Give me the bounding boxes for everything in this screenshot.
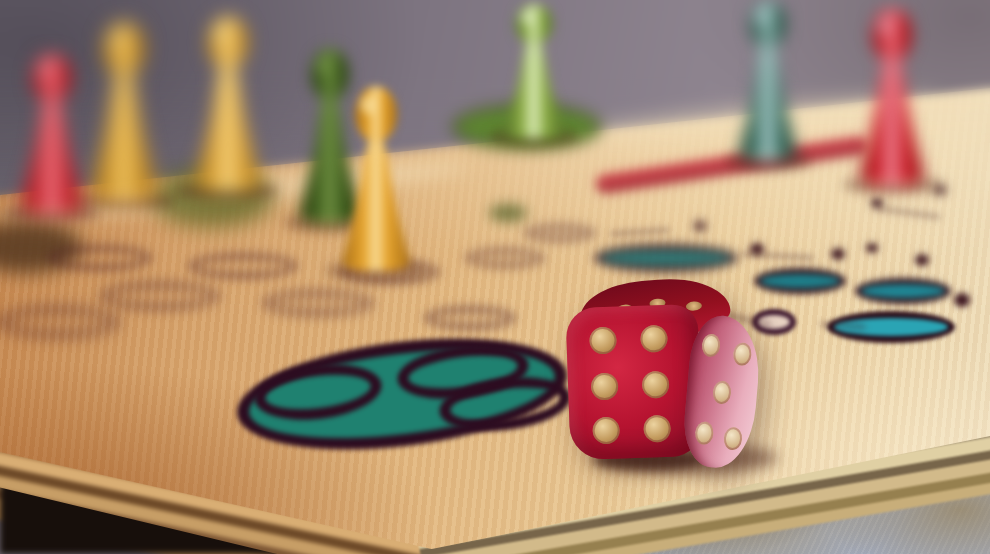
light-green-pawn-center: [495, 2, 573, 142]
die-front-face-six: [565, 304, 702, 461]
die-pip: [701, 333, 721, 357]
die-pip: [643, 415, 671, 443]
die-pip: [591, 373, 619, 401]
die-pip: [592, 417, 620, 445]
die-pip: [642, 371, 670, 399]
red-die: [566, 276, 762, 476]
die-pip: [723, 426, 743, 450]
die-pip: [640, 325, 668, 353]
die-pip: [694, 421, 714, 445]
yellow-pawn-mid: [332, 84, 420, 276]
die-pip: [589, 327, 617, 355]
yellow-pawn-back-2: [185, 14, 271, 196]
red-pawn-right: [850, 6, 934, 190]
pawns-layer: [0, 0, 990, 554]
die-pip: [712, 380, 732, 404]
die-pip: [732, 342, 752, 366]
red-pawn-back-left: [10, 52, 94, 218]
teal-pawn-right: [730, 0, 806, 166]
ludo-board-photo: [0, 0, 990, 554]
